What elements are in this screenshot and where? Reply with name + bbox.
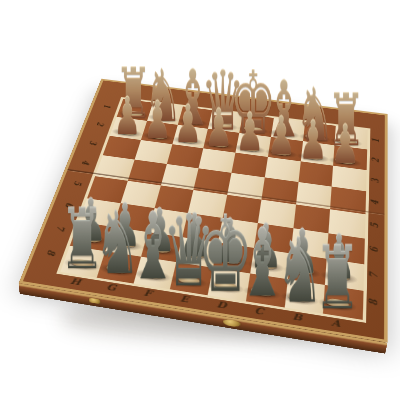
rank-label-left-1: 1 [102, 103, 112, 108]
light-pawn-glyph: ♟ [204, 101, 232, 155]
product-photo-scene: 1122334455667788HGFEDCBA ♜♞♝♛♚♝♞♜♟♟♟♟♟♟♟… [0, 0, 400, 400]
brass-hinge-icon [89, 298, 100, 304]
rank-label-right-3: 3 [370, 178, 380, 184]
rank-label-left-3: 3 [88, 140, 99, 145]
light-pawn-glyph: ♟ [267, 109, 296, 163]
light-pawn-glyph: ♟ [143, 94, 171, 147]
perspective-layer: 1122334455667788HGFEDCBA ♜♞♝♛♚♝♞♜♟♟♟♟♟♟♟… [0, 0, 400, 400]
light-pawn-glyph: ♟ [173, 97, 201, 150]
rank-label-left-2: 2 [95, 121, 105, 126]
dark-rook-glyph: ♜ [314, 232, 361, 320]
chess-board: 1122334455667788HGFEDCBA ♜♞♝♛♚♝♞♜♟♟♟♟♟♟♟… [19, 79, 388, 343]
board-top-surface: 1122334455667788HGFEDCBA ♜♞♝♛♚♝♞♜♟♟♟♟♟♟♟… [19, 79, 388, 343]
light-pawn-glyph: ♟ [330, 117, 359, 172]
rank-label-right-1: 1 [371, 138, 381, 143]
light-pawn-glyph: ♟ [298, 113, 327, 167]
rank-label-right-2: 2 [371, 157, 381, 163]
rank-label-left-4: 4 [80, 159, 91, 165]
light-pawn-glyph: ♟ [235, 105, 263, 159]
brass-clasp-icon [223, 319, 241, 328]
